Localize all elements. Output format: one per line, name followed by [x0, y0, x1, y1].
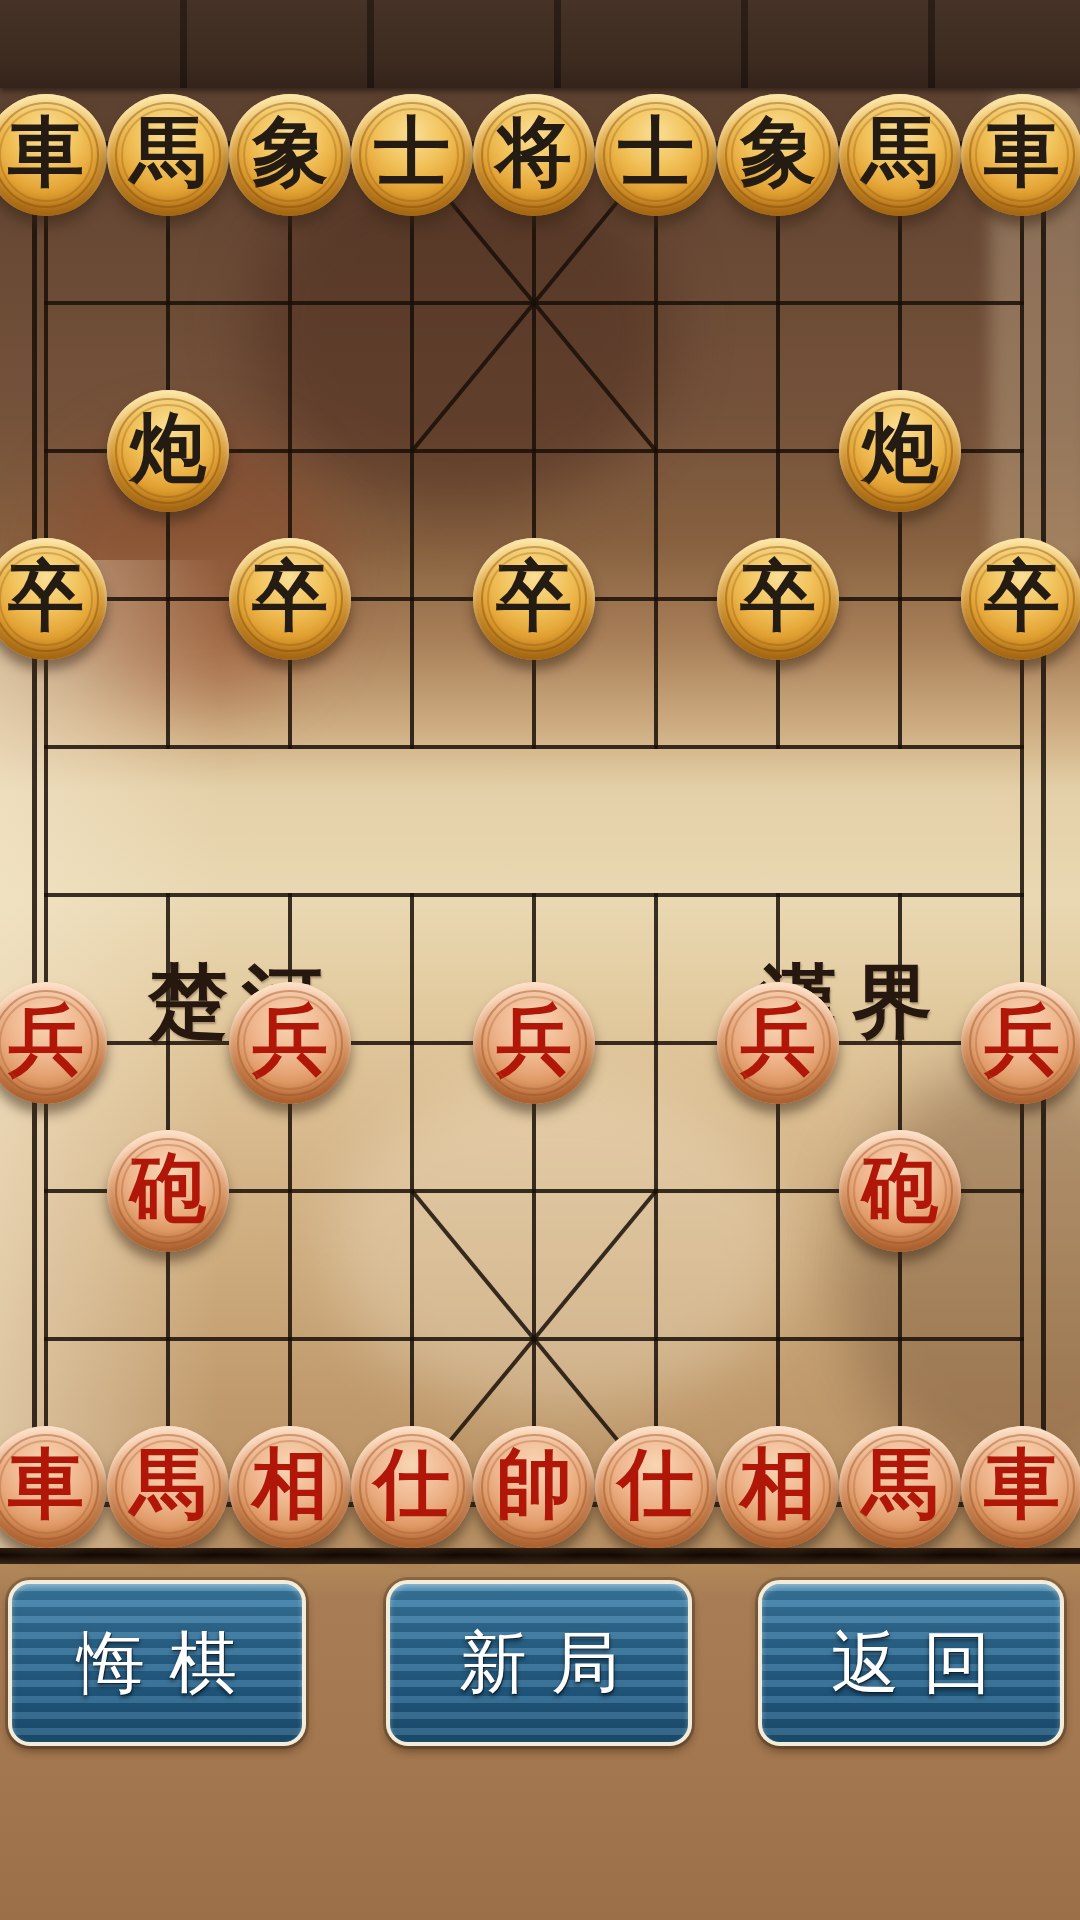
piece-red-elephant[interactable]: 相 — [229, 1426, 351, 1548]
piece-black-soldier[interactable]: 卒 — [961, 538, 1080, 660]
piece-black-soldier[interactable]: 卒 — [717, 538, 839, 660]
piece-black-soldier[interactable]: 卒 — [229, 538, 351, 660]
board-outer-border — [32, 141, 1046, 1507]
piece-red-cannon[interactable]: 砲 — [107, 1130, 229, 1252]
piece-red-soldier[interactable]: 兵 — [473, 982, 595, 1104]
piece-black-soldier[interactable]: 卒 — [473, 538, 595, 660]
grid-line — [44, 153, 48, 1489]
xiangqi-app-screen: 楚河 漢界 車馬象士将士象馬車炮炮卒卒卒卒卒兵兵兵兵兵砲砲車馬相仕帥仕相馬車 悔… — [0, 0, 1080, 1920]
piece-red-horse[interactable]: 馬 — [839, 1426, 961, 1548]
piece-black-elephant[interactable]: 象 — [717, 94, 839, 216]
board-bottom-plank-edge — [0, 1548, 1080, 1564]
piece-red-advisor[interactable]: 仕 — [351, 1426, 473, 1548]
piece-black-elephant[interactable]: 象 — [229, 94, 351, 216]
back-button-label: 返回 — [831, 1629, 1015, 1697]
piece-red-soldier[interactable]: 兵 — [961, 982, 1080, 1104]
piece-black-horse[interactable]: 馬 — [107, 94, 229, 216]
undo-move-button-label: 悔棋 — [77, 1629, 261, 1697]
back-button[interactable]: 返回 — [758, 1580, 1064, 1746]
undo-move-button[interactable]: 悔棋 — [8, 1580, 306, 1746]
piece-red-soldier[interactable]: 兵 — [229, 982, 351, 1104]
piece-red-cannon[interactable]: 砲 — [839, 1130, 961, 1252]
piece-red-chariot[interactable]: 車 — [961, 1426, 1080, 1548]
piece-black-general[interactable]: 将 — [473, 94, 595, 216]
piece-black-cannon[interactable]: 炮 — [839, 390, 961, 512]
piece-black-chariot[interactable]: 車 — [961, 94, 1080, 216]
piece-red-soldier[interactable]: 兵 — [717, 982, 839, 1104]
piece-red-advisor[interactable]: 仕 — [595, 1426, 717, 1548]
piece-red-elephant[interactable]: 相 — [717, 1426, 839, 1548]
new-game-button[interactable]: 新局 — [386, 1580, 692, 1746]
piece-black-advisor[interactable]: 士 — [351, 94, 473, 216]
piece-red-horse[interactable]: 馬 — [107, 1426, 229, 1548]
top-bar — [0, 0, 1080, 88]
piece-black-cannon[interactable]: 炮 — [107, 390, 229, 512]
xiangqi-board[interactable]: 楚河 漢界 車馬象士将士象馬車炮炮卒卒卒卒卒兵兵兵兵兵砲砲車馬相仕帥仕相馬車 — [0, 88, 1080, 1568]
new-game-button-label: 新局 — [459, 1629, 643, 1697]
piece-black-advisor[interactable]: 士 — [595, 94, 717, 216]
piece-black-horse[interactable]: 馬 — [839, 94, 961, 216]
piece-red-general[interactable]: 帥 — [473, 1426, 595, 1548]
grid-line — [1020, 153, 1024, 1489]
button-bar: 悔棋 新局 返回 — [0, 1580, 1080, 1746]
